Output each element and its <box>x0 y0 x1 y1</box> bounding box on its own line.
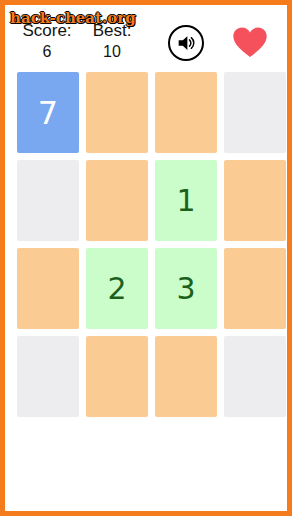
speaker-sound-on-icon <box>175 32 197 54</box>
tile-r1c2[interactable] <box>86 72 148 153</box>
tile-r3c2[interactable]: 2 <box>86 248 148 329</box>
tile-r3c4[interactable] <box>224 248 286 329</box>
score-label: Score: <box>15 22 79 40</box>
tile-r3c1[interactable] <box>17 248 79 329</box>
score-block: Score: 6 <box>15 22 79 60</box>
tile-r4c1[interactable] <box>17 336 79 417</box>
tile-r2c1[interactable] <box>17 160 79 241</box>
tile-r2c2[interactable] <box>86 160 148 241</box>
sound-toggle-button[interactable] <box>168 25 204 61</box>
tile-r2c3[interactable]: 1 <box>155 160 217 241</box>
best-value: 10 <box>84 43 140 60</box>
tile-r1c3[interactable] <box>155 72 217 153</box>
tile-r4c3[interactable] <box>155 336 217 417</box>
heart-icon[interactable] <box>233 27 267 58</box>
score-value: 6 <box>15 43 79 60</box>
game-board: 7 1 2 3 <box>17 72 286 417</box>
tile-r3c3[interactable]: 3 <box>155 248 217 329</box>
tile-r1c1[interactable]: 7 <box>17 72 79 153</box>
tile-r1c4[interactable] <box>224 72 286 153</box>
tile-r4c4[interactable] <box>224 336 286 417</box>
game-window: hack-cheat.org Score: 6 Best: 10 7 1 <box>0 0 292 516</box>
tile-r2c4[interactable] <box>224 160 286 241</box>
best-block: Best: 10 <box>84 22 140 60</box>
best-label: Best: <box>84 22 140 40</box>
tile-r4c2[interactable] <box>86 336 148 417</box>
